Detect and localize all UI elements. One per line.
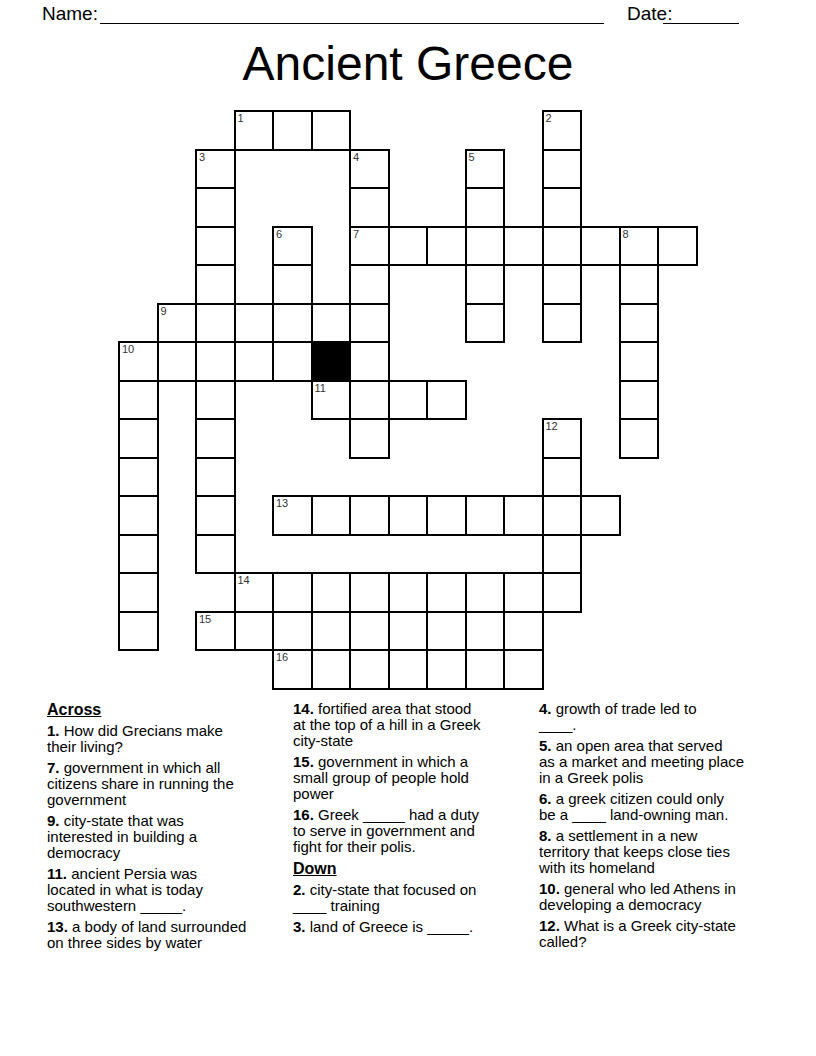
name-input-line[interactable] [100, 23, 604, 24]
grid-cell-r2c11[interactable] [542, 187, 583, 228]
grid-cell-r3c9[interactable] [465, 226, 506, 267]
clue-number-11: 11 [315, 382, 326, 394]
clue-2: 2. city-state that focused on ____ train… [293, 882, 535, 914]
clue-number-label: 14. [293, 700, 314, 717]
grid-cell-r4c6[interactable] [349, 264, 390, 305]
grid-cell-r13c3[interactable] [234, 611, 275, 652]
grid-cell-r7c0[interactable] [118, 380, 159, 421]
grid-cell-r3c10[interactable] [503, 226, 544, 267]
grid-cell-r10c9[interactable] [465, 495, 506, 536]
clue-number-9: 9 [161, 305, 167, 317]
clue-12: 12. What is a Greek city-state called? [539, 918, 781, 950]
grid-cell-r12c0[interactable] [118, 572, 159, 613]
date-input-line[interactable] [663, 23, 739, 24]
grid-cell-r8c6[interactable] [349, 418, 390, 459]
clue-number-12: 12 [546, 420, 558, 432]
grid-cell-r1c9[interactable]: 5 [465, 149, 506, 190]
grid-cell-r14c4[interactable]: 16 [272, 649, 313, 690]
clue-number-label: 12. [539, 917, 560, 934]
grid-cell-r5c2[interactable] [195, 303, 236, 344]
clue-number-5: 5 [469, 151, 475, 163]
grid-cell-r4c11[interactable] [542, 264, 583, 305]
clue-column-3: 4. growth of trade led to ____.5. an ope… [539, 701, 781, 951]
grid-cell-r12c6[interactable] [349, 572, 390, 613]
grid-cell-r10c11[interactable] [542, 495, 583, 536]
date-label: Date: [627, 3, 672, 25]
clue-number-label: 3. [293, 918, 306, 935]
clue-11: 11. ancient Persia was located in what i… [47, 866, 289, 914]
grid-cell-r13c7[interactable] [388, 611, 429, 652]
grid-cell-r11c0[interactable] [118, 534, 159, 575]
grid-cell-r10c0[interactable] [118, 495, 159, 536]
grid-cell-r12c4[interactable] [272, 572, 313, 613]
grid-cell-r2c6[interactable] [349, 187, 390, 228]
clue-1: 1. How did Grecians make their living? [47, 723, 289, 755]
grid-cell-r3c7[interactable] [388, 226, 429, 267]
grid-cell-r0c3[interactable]: 1 [234, 110, 275, 151]
name-label: Name: [42, 3, 98, 25]
clue-number-label: 13. [47, 918, 68, 935]
clue-number-label: 10. [539, 880, 560, 897]
grid-cell-r0c5[interactable] [311, 110, 352, 151]
grid-cell-r2c9[interactable] [465, 187, 506, 228]
grid-cell-r7c7[interactable] [388, 380, 429, 421]
clue-14: 14. fortified area that stood at the top… [293, 701, 535, 749]
clue-number-label: 6. [539, 790, 552, 807]
clue-number-label: 15. [293, 753, 314, 770]
grid-cell-r8c13[interactable] [619, 418, 660, 459]
clue-number-8: 8 [623, 228, 629, 240]
grid-cell-r11c11[interactable] [542, 534, 583, 575]
grid-cell-r5c1[interactable]: 9 [157, 303, 198, 344]
grid-cell-r4c13[interactable] [619, 264, 660, 305]
grid-cell-r6c6[interactable] [349, 341, 390, 382]
clue-number-16: 16 [276, 651, 288, 663]
grid-cell-r10c2[interactable] [195, 495, 236, 536]
grid-cell-r10c5[interactable] [311, 495, 352, 536]
grid-cell-r8c0[interactable] [118, 418, 159, 459]
grid-cell-r3c4[interactable]: 6 [272, 226, 313, 267]
grid-cell-r10c8[interactable] [426, 495, 467, 536]
grid-cell-r12c5[interactable] [311, 572, 352, 613]
grid-cell-r5c4[interactable] [272, 303, 313, 344]
grid-cell-r6c4[interactable] [272, 341, 313, 382]
clue-number-2: 2 [546, 112, 552, 124]
grid-cell-r10c6[interactable] [349, 495, 390, 536]
clue-number-label: 1. [47, 722, 60, 739]
grid-cell-r0c11[interactable]: 2 [542, 110, 583, 151]
grid-cell-r14c8[interactable] [426, 649, 467, 690]
clue-8: 8. a settlement in a new territory that … [539, 828, 781, 876]
clue-number-label: 2. [293, 881, 306, 898]
grid-cell-r13c9[interactable] [465, 611, 506, 652]
clue-13: 13. a body of land surrounded on three s… [47, 919, 289, 951]
grid-cell-r6c1[interactable] [157, 341, 198, 382]
grid-cell-r4c4[interactable] [272, 264, 313, 305]
grid-cell-r13c10[interactable] [503, 611, 544, 652]
grid-cell-r1c11[interactable] [542, 149, 583, 190]
grid-cell-r13c2[interactable]: 15 [195, 611, 236, 652]
clue-number-3: 3 [199, 151, 205, 163]
clue-7: 7. government in which all citizens shar… [47, 760, 289, 808]
grid-cell-r7c5[interactable]: 11 [311, 380, 352, 421]
grid-cell-r9c0[interactable] [118, 457, 159, 498]
grid-cell-r14c7[interactable] [388, 649, 429, 690]
grid-cell-r3c2[interactable] [195, 226, 236, 267]
clue-number-4: 4 [353, 151, 359, 163]
grid-cell-r9c11[interactable] [542, 457, 583, 498]
clue-4: 4. growth of trade led to ____. [539, 701, 781, 733]
grid-cell-r9c2[interactable] [195, 457, 236, 498]
down-heading: Down [293, 860, 535, 877]
grid-cell-r12c9[interactable] [465, 572, 506, 613]
grid-cell-r13c6[interactable] [349, 611, 390, 652]
grid-cell-r7c6[interactable] [349, 380, 390, 421]
grid-cell-r3c8[interactable] [426, 226, 467, 267]
grid-cell-r1c6[interactable]: 4 [349, 149, 390, 190]
grid-cell-r5c6[interactable] [349, 303, 390, 344]
clues-section: Across1. How did Grecians make their liv… [47, 701, 779, 951]
clue-9: 9. city-state that was interested in bui… [47, 813, 289, 861]
grid-cell-r10c7[interactable] [388, 495, 429, 536]
grid-cell-r2c2[interactable] [195, 187, 236, 228]
grid-cell-r5c9[interactable] [465, 303, 506, 344]
grid-cell-r6c13[interactable] [619, 341, 660, 382]
clue-number-10: 10 [122, 343, 134, 355]
grid-cell-r0c4[interactable] [272, 110, 313, 151]
grid-cell-r13c8[interactable] [426, 611, 467, 652]
grid-cell-r5c11[interactable] [542, 303, 583, 344]
crossword-grid: 12345678910111213141516 [118, 110, 698, 690]
grid-cell-r3c14[interactable] [657, 226, 698, 267]
grid-cell-r14c5[interactable] [311, 649, 352, 690]
clue-number-label: 7. [47, 759, 60, 776]
page-title: Ancient Greece [0, 36, 816, 91]
black-cell [311, 341, 352, 382]
clue-number-label: 4. [539, 700, 552, 717]
clue-10: 10. general who led Athens in developing… [539, 881, 781, 913]
clue-number-label: 16. [293, 806, 314, 823]
grid-cell-r3c6[interactable]: 7 [349, 226, 390, 267]
grid-cell-r12c8[interactable] [426, 572, 467, 613]
grid-cell-r6c2[interactable] [195, 341, 236, 382]
grid-cell-r13c4[interactable] [272, 611, 313, 652]
clue-5: 5. an open area that served as a market … [539, 738, 781, 786]
clue-number-14: 14 [238, 574, 250, 586]
grid-cell-r8c11[interactable]: 12 [542, 418, 583, 459]
grid-cell-r12c10[interactable] [503, 572, 544, 613]
grid-cell-r3c11[interactable] [542, 226, 583, 267]
grid-cell-r13c5[interactable] [311, 611, 352, 652]
grid-cell-r1c2[interactable]: 3 [195, 149, 236, 190]
grid-cell-r6c0[interactable]: 10 [118, 341, 159, 382]
grid-cell-r14c6[interactable] [349, 649, 390, 690]
grid-cell-r3c12[interactable] [580, 226, 621, 267]
grid-cell-r12c3[interactable]: 14 [234, 572, 275, 613]
grid-cell-r4c2[interactable] [195, 264, 236, 305]
clue-column-1: Across1. How did Grecians make their liv… [47, 701, 289, 951]
grid-cell-r14c9[interactable] [465, 649, 506, 690]
clue-number-13: 13 [276, 497, 288, 509]
grid-cell-r7c2[interactable] [195, 380, 236, 421]
clue-6: 6. a greek citizen could only be a ____ … [539, 791, 781, 823]
clue-3: 3. land of Greece is _____. [293, 919, 535, 935]
grid-cell-r10c4[interactable]: 13 [272, 495, 313, 536]
grid-cell-r7c13[interactable] [619, 380, 660, 421]
grid-cell-r8c2[interactable] [195, 418, 236, 459]
clue-number-6: 6 [276, 228, 282, 240]
clue-column-2: 14. fortified area that stood at the top… [293, 701, 535, 951]
clue-number-label: 9. [47, 812, 60, 829]
grid-cell-r5c13[interactable] [619, 303, 660, 344]
grid-cell-r12c7[interactable] [388, 572, 429, 613]
clue-number-7: 7 [353, 228, 359, 240]
grid-cell-r3c13[interactable]: 8 [619, 226, 660, 267]
clue-number-label: 11. [47, 865, 67, 882]
clue-number-1: 1 [238, 112, 244, 124]
clue-number-label: 8. [539, 827, 552, 844]
grid-cell-r14c10[interactable] [503, 649, 544, 690]
clue-16: 16. Greek _____ had a duty to serve in g… [293, 807, 535, 855]
grid-cell-r5c5[interactable] [311, 303, 352, 344]
clue-15: 15. government in which a small group of… [293, 754, 535, 802]
clue-number-15: 15 [199, 613, 211, 625]
grid-cell-r10c10[interactable] [503, 495, 544, 536]
grid-cell-r5c3[interactable] [234, 303, 275, 344]
grid-cell-r13c0[interactable] [118, 611, 159, 652]
grid-cell-r10c12[interactable] [580, 495, 621, 536]
grid-cell-r7c8[interactable] [426, 380, 467, 421]
grid-cell-r6c3[interactable] [234, 341, 275, 382]
grid-cell-r4c9[interactable] [465, 264, 506, 305]
grid-cell-r11c2[interactable] [195, 534, 236, 575]
grid-cell-r12c11[interactable] [542, 572, 583, 613]
across-heading: Across [47, 701, 289, 718]
clue-number-label: 5. [539, 737, 552, 754]
